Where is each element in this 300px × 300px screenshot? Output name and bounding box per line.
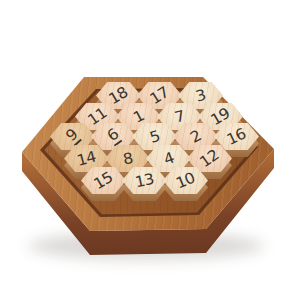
hex-board: 18 17 3 11 1 7	[0, 0, 300, 300]
tile-number: 15	[92, 169, 115, 191]
board-row-5: 15 13 10	[81, 167, 204, 201]
tile-number: 3	[194, 87, 207, 104]
tile-13[interactable]: 13	[122, 167, 167, 201]
tile-number: 14	[76, 149, 98, 168]
tile-number: 6	[105, 127, 123, 147]
tile-number: 5	[148, 128, 161, 145]
tile-number: 10	[174, 170, 197, 191]
tile-number: 8	[122, 150, 134, 166]
tile-number: 16	[225, 126, 248, 147]
tile-10[interactable]: 10	[163, 167, 208, 201]
tile-15[interactable]: 15	[81, 167, 126, 201]
puzzle-photo: 18 17 3 11 1 7	[0, 0, 300, 300]
tile-number: 13	[134, 171, 155, 190]
tile-number: 9	[63, 127, 82, 146]
tile-number: 4	[162, 150, 176, 167]
tile-number: 2	[188, 128, 203, 146]
